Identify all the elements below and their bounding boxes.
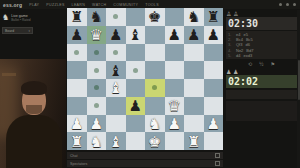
captured-pawn-icons: ♙ ♙ [226,11,238,17]
square-d2[interactable] [126,115,146,133]
square-a2[interactable]: ♟ [67,115,87,133]
square-g7[interactable]: ♟ [184,26,204,44]
square-d8[interactable] [126,8,146,26]
chevron-down-icon: ▾ [28,29,30,33]
white-q-piece: ♛ [90,27,103,42]
square-h4[interactable] [204,79,224,97]
square-g3[interactable] [184,97,204,115]
rematch-panel[interactable] [226,90,297,99]
square-g4[interactable] [184,79,204,97]
black-b-piece: ♝ [129,27,142,42]
game-controls: ⟲ ½ ⚑ [226,59,297,68]
nav-menu: Play Puzzles Learn Watch Community Tools [29,3,159,7]
black-p-piece: ♟ [109,27,122,42]
square-c5[interactable]: ♝ [106,61,126,79]
move-dest-dot [113,14,118,19]
black-r-piece: ♜ [70,9,83,24]
square-c3[interactable] [106,97,126,115]
topbar-icons [279,3,296,6]
square-g6[interactable] [184,44,204,62]
square-b4[interactable] [87,79,107,97]
square-d4[interactable] [126,79,146,97]
square-f2[interactable]: ♟ [165,115,185,133]
black-p-piece: ♟ [70,27,83,42]
spectator-bar-label: Spectators [70,162,87,166]
square-g1[interactable]: ♜ [184,132,204,150]
square-c8[interactable] [106,8,126,26]
square-e5[interactable] [145,61,165,79]
challenge-icon[interactable] [286,3,289,6]
black-move[interactable]: exd3 [243,53,252,58]
white-p-piece: ♟ [90,116,103,131]
move-row[interactable]: 5.d4exd3 [228,53,295,58]
takeback-icon[interactable]: ⟲ [248,61,252,67]
square-h8[interactable]: ♜ [204,8,224,26]
square-b2[interactable]: ♟ [87,115,107,133]
captured-pawn-icons: ♟ ♟ [226,69,238,75]
chat-bar-label: Chat [70,154,78,158]
square-b5[interactable] [87,61,107,79]
square-c1[interactable]: ♝ [106,132,126,150]
nav-item-watch[interactable]: Watch [92,3,106,7]
nav-item-puzzles[interactable]: Puzzles [46,3,64,7]
move-list[interactable]: 1.e4e52.Bc4Bc53.Qf3d64.Ne2Bd75.d4exd3 [226,31,297,59]
black-n-piece: ♞ [90,9,103,24]
move-dest-dot [152,85,157,90]
square-e8[interactable]: ♚ [145,8,165,26]
white-n-piece: ♞ [90,134,103,149]
captured-pieces-top: ♙ ♙ [226,10,297,17]
square-e4[interactable] [145,79,165,97]
site-logo[interactable]: ess.org [3,2,22,8]
white-p-piece: ♟ [207,116,220,131]
square-d5[interactable] [126,61,146,79]
streamer-webcam [0,59,66,168]
notif-subtitle: Bullet • Rated [11,18,30,22]
square-e3[interactable] [145,97,165,115]
square-c2[interactable] [106,115,126,133]
move-dest-dot [94,50,99,55]
square-h7[interactable]: ♟ [204,26,224,44]
chat-bar[interactable]: Chat [67,152,223,159]
black-p-piece: ♟ [187,27,200,42]
background-shelf [2,73,16,76]
square-h6[interactable] [204,44,224,62]
square-a1[interactable]: ♜ [67,132,87,150]
scrollbar-thumb[interactable] [298,60,300,100]
white-move[interactable]: d4 [236,53,240,58]
square-f4[interactable] [165,79,185,97]
info-panel [226,101,297,121]
streamer-beard [26,105,42,114]
square-f1[interactable] [165,132,185,150]
search-icon[interactable] [279,3,282,6]
streamer-hair [21,81,47,95]
square-f6[interactable] [165,44,185,62]
toggle-icon[interactable] [215,161,220,166]
spectator-bar[interactable]: Spectators [67,160,223,167]
nav-item-community[interactable]: Community [113,3,138,7]
square-a6[interactable] [67,44,87,62]
square-b7[interactable]: ♛ [87,26,107,44]
black-p-piece: ♟ [168,27,181,42]
square-b6[interactable] [87,44,107,62]
square-e6[interactable] [145,44,165,62]
captured-pieces-bottom: ♟ ♟ [226,68,297,75]
left-dropdown[interactable]: Board ▾ [2,27,33,34]
square-h5[interactable] [204,61,224,79]
square-c4[interactable]: ♝ [106,79,126,97]
square-f3[interactable]: ♛ [165,97,185,115]
white-p-piece: ♟ [70,116,83,131]
square-f7[interactable]: ♟ [165,26,185,44]
move-dest-dot [113,50,118,55]
move-dest-dot [74,50,79,55]
player-clock: 02:02 [226,75,297,88]
toggle-icon[interactable] [215,153,220,158]
square-g8[interactable]: ♞ [184,8,204,26]
square-c7[interactable]: ♟ [106,26,126,44]
black-n-piece: ♞ [187,9,200,24]
move-dest-dot [94,68,99,73]
square-g2[interactable] [184,115,204,133]
draw-offer-icon[interactable]: ½ [259,61,263,67]
move-number: 5. [228,53,233,58]
square-e1[interactable]: ♚ [145,132,165,150]
square-b8[interactable]: ♞ [87,8,107,26]
square-b1[interactable]: ♞ [87,132,107,150]
white-q-piece: ♛ [168,98,181,113]
nav-item-play[interactable]: Play [29,3,39,7]
move-dest-dot [94,103,99,108]
square-d1[interactable] [126,132,146,150]
opponent-clock: 02:30 [226,17,297,30]
square-a3[interactable] [67,97,87,115]
square-d6[interactable] [126,44,146,62]
square-a5[interactable] [67,61,87,79]
chess-board: ♜♞♚♞♜♟♛♟♝♟♟♟♝♝♟♛♟♟♞♟♟♜♞♝♚♜ [67,8,223,150]
black-p-piece: ♟ [129,98,142,113]
square-a7[interactable]: ♟ [67,26,87,44]
lichess-screen: ess.org Play Puzzles Learn Watch Communi… [0,0,300,168]
white-p-piece: ♟ [168,116,181,131]
black-k-piece: ♚ [148,9,161,24]
white-r-piece: ♜ [70,134,83,149]
black-b-piece: ♝ [109,63,122,78]
square-f8[interactable] [165,8,185,26]
square-c6[interactable] [106,44,126,62]
square-a4[interactable] [67,79,87,97]
nav-item-tools[interactable]: Tools [145,3,159,7]
user-icon[interactable] [293,3,296,6]
white-n-piece: ♞ [148,116,161,131]
square-a8[interactable]: ♜ [67,8,87,26]
white-k-piece: ♚ [148,134,161,149]
streamer-torso [6,115,62,168]
nav-item-learn[interactable]: Learn [72,3,85,7]
move-dest-dot [133,68,138,73]
resign-flag-icon[interactable]: ⚑ [270,61,274,67]
game-side-panel: ♙ ♙ 02:30 1.e4e52.Bc4Bc53.Qf3d64.Ne2Bd75… [226,10,297,168]
square-h3[interactable] [204,97,224,115]
dropdown-label: Board [5,29,14,33]
square-h1[interactable] [204,132,224,150]
move-dest-dot [94,85,99,90]
square-d3[interactable]: ♟ [126,97,146,115]
square-f5[interactable] [165,61,185,79]
square-e2[interactable]: ♞ [145,115,165,133]
scrollbar[interactable] [297,10,300,168]
square-h2[interactable]: ♟ [204,115,224,133]
knight-logo-icon: ♞ [2,14,9,22]
square-b3[interactable] [87,97,107,115]
square-e7[interactable] [145,26,165,44]
square-d7[interactable]: ♝ [126,26,146,44]
black-p-piece: ♟ [207,27,220,42]
white-r-piece: ♜ [187,134,200,149]
square-g5[interactable] [184,61,204,79]
white-b-piece: ♝ [109,80,122,95]
black-r-piece: ♜ [207,9,220,24]
game-notification[interactable]: ♞ Live game Bullet • Rated [2,11,64,24]
white-b-piece: ♝ [109,134,122,149]
